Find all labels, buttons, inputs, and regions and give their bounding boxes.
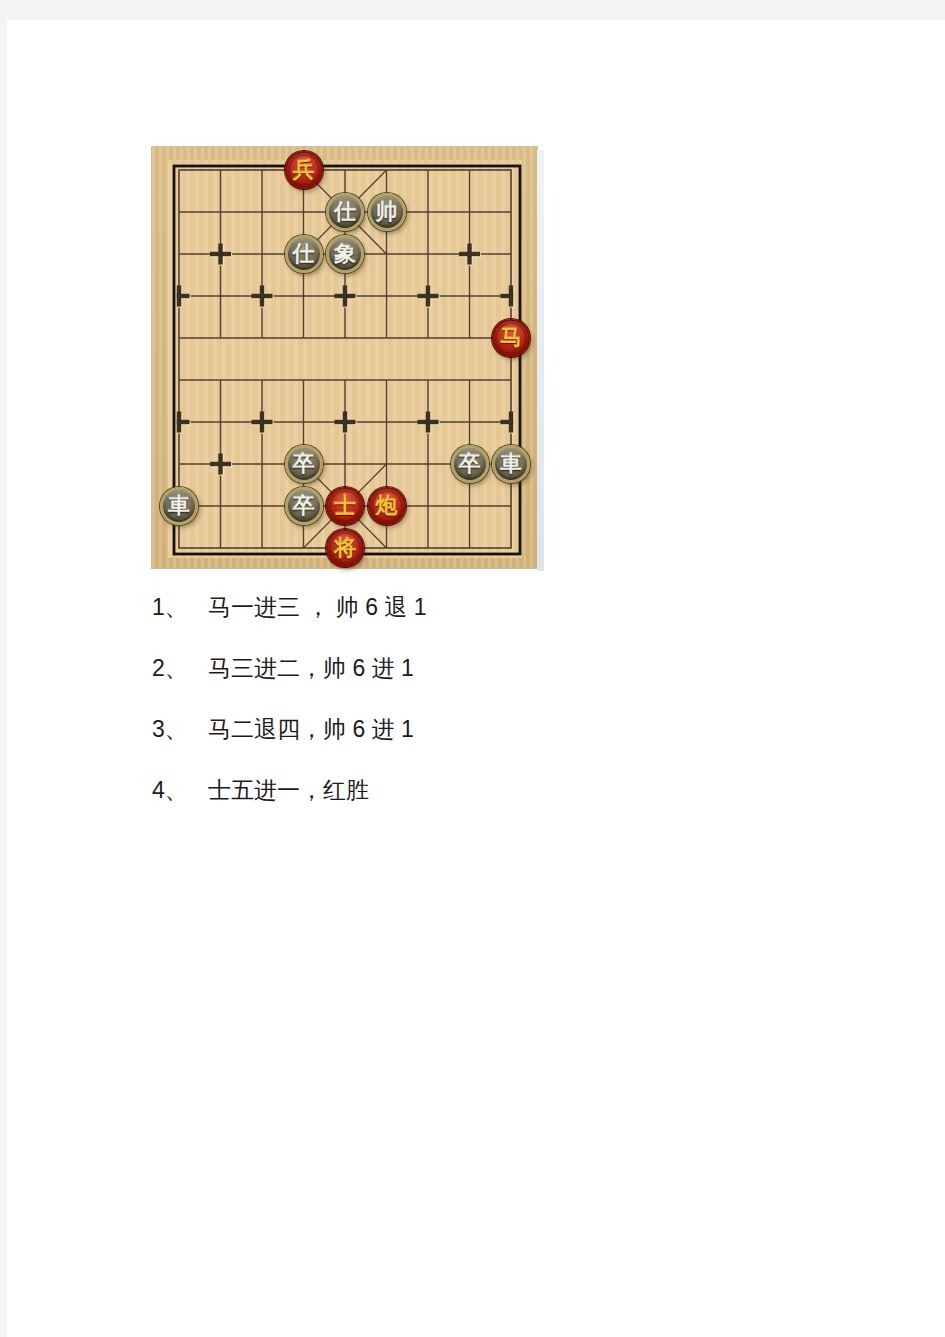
move-text: 马一进三 ， 帅 6 退 1 bbox=[208, 592, 427, 622]
move-line: 2、马三进二，帅 6 进 1 bbox=[152, 653, 427, 683]
board-piece-silver-elephant: 象 bbox=[326, 235, 364, 273]
xiangqi-board: 兵仕帅仕象马卒卒車車卒士炮将 bbox=[152, 147, 537, 568]
pieces-layer: 兵仕帅仕象马卒卒車車卒士炮将 bbox=[152, 147, 537, 568]
board-piece-silver-general: 帅 bbox=[368, 193, 406, 231]
move-text: 马三进二，帅 6 进 1 bbox=[208, 653, 414, 683]
move-number: 1、 bbox=[152, 592, 208, 622]
board-piece-red-horse: 马 bbox=[492, 319, 530, 357]
board-piece-silver-soldier: 卒 bbox=[451, 445, 489, 483]
board-piece-red-advisor: 士 bbox=[326, 487, 364, 525]
move-line: 4、士五进一，红胜 bbox=[152, 775, 427, 805]
board-piece-silver-soldier: 卒 bbox=[285, 487, 323, 525]
move-number: 4、 bbox=[152, 775, 208, 805]
board-piece-silver-chariot: 車 bbox=[492, 445, 530, 483]
move-line: 1、马一进三 ， 帅 6 退 1 bbox=[152, 592, 427, 622]
move-text: 马二退四，帅 6 进 1 bbox=[208, 714, 414, 744]
board-piece-silver-soldier: 卒 bbox=[285, 445, 323, 483]
board-piece-red-general: 将 bbox=[326, 529, 364, 567]
move-number: 2、 bbox=[152, 653, 208, 683]
move-list: 1、马一进三 ， 帅 6 退 12、马三进二，帅 6 进 13、马二退四，帅 6… bbox=[152, 592, 427, 836]
board-piece-red-cannon: 炮 bbox=[368, 487, 406, 525]
board-piece-red-soldier: 兵 bbox=[285, 151, 323, 189]
board-piece-silver-chariot: 車 bbox=[160, 487, 198, 525]
move-line: 3、马二退四，帅 6 进 1 bbox=[152, 714, 427, 744]
board-piece-silver-advisor: 仕 bbox=[285, 235, 323, 273]
move-text: 士五进一，红胜 bbox=[208, 775, 369, 805]
document-page: 兵仕帅仕象马卒卒車車卒士炮将 1、马一进三 ， 帅 6 退 12、马三进二，帅 … bbox=[7, 20, 945, 1337]
move-number: 3、 bbox=[152, 714, 208, 744]
board-piece-silver-advisor: 仕 bbox=[326, 193, 364, 231]
